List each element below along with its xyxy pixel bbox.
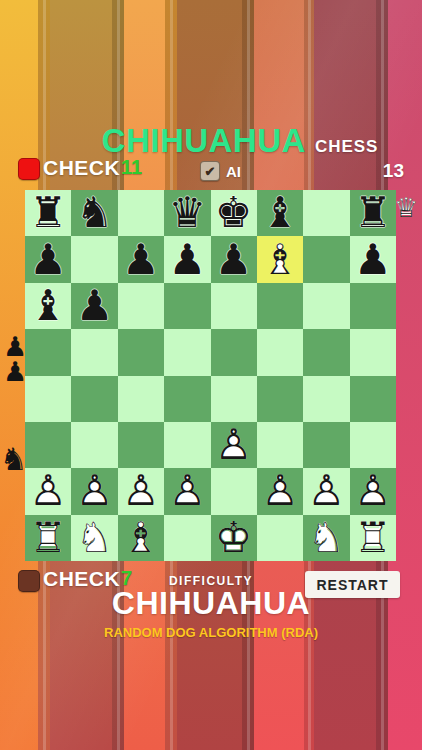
square-f4[interactable] — [257, 376, 303, 422]
square-e8[interactable]: ♚ — [211, 190, 257, 236]
square-d2[interactable]: ♟♙ — [164, 468, 210, 514]
square-g5[interactable] — [303, 329, 349, 375]
square-d7[interactable]: ♟ — [164, 236, 210, 282]
square-a7[interactable]: ♟ — [25, 236, 71, 282]
white-pawn-outline: ♙ — [354, 470, 392, 512]
square-d3[interactable] — [164, 422, 210, 468]
white-bishop-outline: ♗ — [122, 517, 160, 559]
white-pawn-outline: ♙ — [168, 470, 206, 512]
square-h7[interactable]: ♟ — [350, 236, 396, 282]
square-f7[interactable]: ♝♗ — [257, 236, 303, 282]
square-b3[interactable] — [71, 422, 117, 468]
square-g8[interactable] — [303, 190, 349, 236]
square-g1[interactable]: ♞♘ — [303, 515, 349, 561]
white-king: ♚♔ — [215, 517, 253, 559]
white-pawn: ♟♙ — [261, 470, 299, 512]
square-h3[interactable] — [350, 422, 396, 468]
square-a1[interactable]: ♜♖ — [25, 515, 71, 561]
square-b1[interactable]: ♞♘ — [71, 515, 117, 561]
black-knight: ♞ — [0, 444, 28, 475]
black-bishop: ♝ — [261, 192, 299, 234]
white-bishop: ♝♗ — [261, 239, 299, 281]
square-a5[interactable] — [25, 329, 71, 375]
white-pawn: ♟♙ — [29, 470, 67, 512]
square-d8[interactable]: ♛ — [164, 190, 210, 236]
square-c1[interactable]: ♝♗ — [118, 515, 164, 561]
white-pawn: ♟♙ — [215, 424, 253, 466]
white-knight-outline: ♘ — [76, 517, 114, 559]
square-c7[interactable]: ♟ — [118, 236, 164, 282]
square-a4[interactable] — [25, 376, 71, 422]
square-e4[interactable] — [211, 376, 257, 422]
square-d5[interactable] — [164, 329, 210, 375]
square-b8[interactable]: ♞ — [71, 190, 117, 236]
white-queen-outline: ♕ — [394, 194, 418, 221]
white-pawn: ♟♙ — [308, 470, 346, 512]
square-c6[interactable] — [118, 283, 164, 329]
ai-label: AI — [226, 163, 241, 180]
white-pawn-outline: ♙ — [29, 470, 67, 512]
black-pawn: ♟ — [168, 239, 206, 281]
square-e5[interactable] — [211, 329, 257, 375]
black-check-label: CHECK — [43, 156, 120, 180]
white-knight: ♞♘ — [76, 517, 114, 559]
square-f6[interactable] — [257, 283, 303, 329]
white-knight-outline: ♘ — [308, 517, 346, 559]
black-check-indicator — [18, 158, 40, 180]
black-rook: ♜ — [29, 192, 67, 234]
black-pawn: ♟ — [76, 285, 114, 327]
black-knight: ♞ — [76, 192, 114, 234]
square-e7[interactable]: ♟ — [211, 236, 257, 282]
square-e2[interactable] — [211, 468, 257, 514]
white-pawn-outline: ♙ — [215, 424, 253, 466]
white-rook: ♜♖ — [354, 517, 392, 559]
square-c3[interactable] — [118, 422, 164, 468]
white-score: 13 — [383, 160, 404, 182]
square-e6[interactable] — [211, 283, 257, 329]
square-h4[interactable] — [350, 376, 396, 422]
app-subtitle: CHESS — [315, 137, 379, 157]
white-pawn: ♟♙ — [122, 470, 160, 512]
square-a8[interactable]: ♜ — [25, 190, 71, 236]
square-h1[interactable]: ♜♖ — [350, 515, 396, 561]
square-b7[interactable] — [71, 236, 117, 282]
square-d6[interactable] — [164, 283, 210, 329]
black-king: ♚ — [215, 192, 253, 234]
ai-toggle[interactable]: ✔ AI — [200, 161, 241, 181]
square-b4[interactable] — [71, 376, 117, 422]
white-pawn: ♟♙ — [168, 470, 206, 512]
square-b2[interactable]: ♟♙ — [71, 468, 117, 514]
white-king-outline: ♔ — [215, 517, 253, 559]
app-title: CHIHUAHUA — [102, 122, 306, 160]
square-f8[interactable]: ♝ — [257, 190, 303, 236]
square-h8[interactable]: ♜ — [350, 190, 396, 236]
black-pawn: ♟ — [354, 239, 392, 281]
black-counter: 11 — [121, 156, 142, 179]
square-d1[interactable] — [164, 515, 210, 561]
square-h6[interactable] — [350, 283, 396, 329]
square-g2[interactable]: ♟♙ — [303, 468, 349, 514]
square-b6[interactable]: ♟ — [71, 283, 117, 329]
white-rook-outline: ♖ — [29, 517, 67, 559]
square-c8[interactable] — [118, 190, 164, 236]
white-pawn-outline: ♙ — [261, 470, 299, 512]
ai-checkbox[interactable]: ✔ — [200, 161, 220, 181]
square-g4[interactable] — [303, 376, 349, 422]
white-rook: ♜♖ — [29, 517, 67, 559]
square-a6[interactable]: ♝ — [25, 283, 71, 329]
white-queen: ♛♕ — [394, 194, 418, 221]
black-pawn: ♟ — [122, 239, 160, 281]
white-pawn-outline: ♙ — [76, 470, 114, 512]
square-a2[interactable]: ♟♙ — [25, 468, 71, 514]
difficulty-name: CHIHUAHUA — [0, 585, 422, 622]
white-bishop-outline: ♗ — [261, 239, 299, 281]
black-pawn: ♟ — [215, 239, 253, 281]
square-f2[interactable]: ♟♙ — [257, 468, 303, 514]
black-bishop: ♝ — [29, 285, 67, 327]
black-queen: ♛ — [168, 192, 206, 234]
white-knight: ♞♘ — [308, 517, 346, 559]
white-rook-outline: ♖ — [354, 517, 392, 559]
square-b5[interactable] — [71, 329, 117, 375]
black-pawn: ♟ — [3, 358, 27, 385]
square-h5[interactable] — [350, 329, 396, 375]
square-a3[interactable] — [25, 422, 71, 468]
square-g3[interactable] — [303, 422, 349, 468]
header: CHIHUAHUA CHESS — [0, 122, 422, 160]
white-bishop: ♝♗ — [122, 517, 160, 559]
white-pawn-outline: ♙ — [308, 470, 346, 512]
square-c2[interactable]: ♟♙ — [118, 468, 164, 514]
square-g6[interactable] — [303, 283, 349, 329]
square-e3[interactable]: ♟♙ — [211, 422, 257, 468]
square-f5[interactable] — [257, 329, 303, 375]
white-pawn: ♟♙ — [76, 470, 114, 512]
square-c4[interactable] — [118, 376, 164, 422]
square-f1[interactable] — [257, 515, 303, 561]
chess-board: ♜♞♛♚♝♜♟♟♟♟♝♗♟♝♟♟♙♟♙♟♙♟♙♟♙♟♙♟♙♟♙♜♖♞♘♝♗♚♔♞… — [25, 190, 396, 561]
black-rook: ♜ — [354, 192, 392, 234]
white-pawn: ♟♙ — [354, 470, 392, 512]
square-d4[interactable] — [164, 376, 210, 422]
square-c5[interactable] — [118, 329, 164, 375]
black-pawn: ♟ — [29, 239, 67, 281]
square-h2[interactable]: ♟♙ — [350, 468, 396, 514]
white-pawn-outline: ♙ — [122, 470, 160, 512]
square-f3[interactable] — [257, 422, 303, 468]
square-e1[interactable]: ♚♔ — [211, 515, 257, 561]
square-g7[interactable] — [303, 236, 349, 282]
algorithm-label: RANDOM DOG ALGORITHM (RDA) — [0, 625, 422, 640]
